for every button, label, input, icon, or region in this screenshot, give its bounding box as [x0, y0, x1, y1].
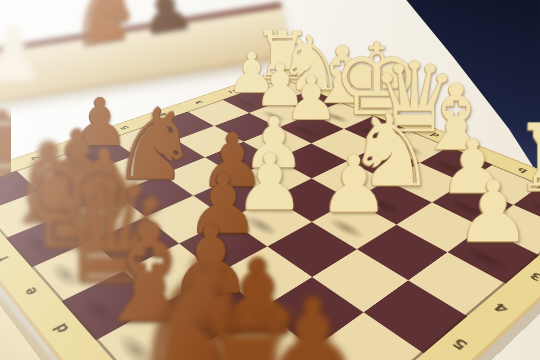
- rank-label-right-5-label: 5: [450, 335, 472, 352]
- piece-white-pawn[interactable]: ♟: [319, 145, 390, 224]
- board-grid: hgfedcba1♜♞♝♚♛♝♜12♟♟♟♟23♞♟34♟♟45♟♟56♟♞♟6…: [0, 69, 540, 360]
- piece-black-rook[interactable]: ♜: [181, 294, 316, 360]
- background-white-piece: ♟: [0, 18, 46, 92]
- square-c4[interactable]: ♟: [312, 200, 397, 249]
- rank-label-right-3-label: 3: [528, 270, 540, 283]
- file-label-near-f-label: f: [0, 253, 13, 263]
- photo-scene: ♞ ♟ ♟ hgfedcba1♜♞♝♚♛♝♜12♟♟♟♟23♞♟34♟♟45♟♟…: [0, 0, 540, 360]
- chess-board: hgfedcba1♜♞♝♚♛♝♜12♟♟♟♟23♞♟34♟♟45♟♟56♟♞♟6…: [0, 69, 540, 360]
- background-knight-piece: ♞: [60, 0, 150, 59]
- background-pawn-piece: ♟: [134, 0, 197, 44]
- file-label-near-e-label: e: [19, 284, 42, 298]
- rank-label-right-4-label: 4: [492, 301, 513, 316]
- piece-white-pawn[interactable]: ♟: [455, 169, 531, 254]
- file-label-near-d-label: d: [50, 320, 74, 336]
